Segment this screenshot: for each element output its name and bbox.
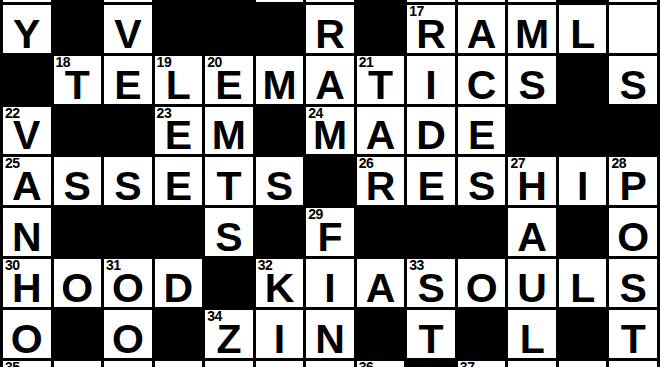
- white-cell[interactable]: [559, 361, 607, 367]
- white-cell[interactable]: D: [155, 259, 203, 307]
- cell-letter: I: [559, 166, 607, 205]
- white-cell[interactable]: [407, 0, 455, 2]
- cell-letter: V: [104, 14, 152, 53]
- white-cell[interactable]: [609, 0, 657, 2]
- black-cell: [104, 208, 152, 256]
- black-cell: [559, 0, 607, 2]
- cell-letter: K: [256, 268, 304, 307]
- cell-letter: E: [104, 65, 152, 104]
- black-cell: [559, 107, 607, 155]
- black-cell: [357, 208, 405, 256]
- cell-letter: V: [3, 115, 51, 154]
- white-cell[interactable]: S: [609, 259, 657, 307]
- white-cell[interactable]: I: [306, 259, 354, 307]
- cell-letter: R: [306, 14, 354, 53]
- white-cell[interactable]: D: [407, 107, 455, 155]
- black-cell: [155, 310, 203, 358]
- cell-letter: O: [54, 268, 102, 307]
- white-cell[interactable]: C: [458, 56, 506, 104]
- white-cell[interactable]: 26R: [357, 157, 405, 205]
- cell-letter: A: [357, 115, 405, 154]
- cell-letter: S: [54, 166, 102, 205]
- white-cell[interactable]: V: [104, 5, 152, 53]
- cell-letter: E: [155, 166, 203, 205]
- white-cell[interactable]: 18T: [54, 56, 102, 104]
- white-cell[interactable]: T: [205, 157, 253, 205]
- cell-letter: E: [407, 166, 455, 205]
- black-cell: [256, 107, 304, 155]
- cell-letter: I: [407, 65, 455, 104]
- cell-letter: S: [205, 217, 253, 256]
- cell-letter: Y: [3, 14, 51, 53]
- cell-letter: T: [54, 65, 102, 104]
- cell-letter: D: [155, 268, 203, 307]
- white-cell[interactable]: [508, 361, 556, 367]
- white-cell[interactable]: S: [104, 157, 152, 205]
- black-cell: [155, 0, 203, 2]
- white-cell[interactable]: 37: [458, 361, 506, 367]
- white-cell[interactable]: 22V: [3, 107, 51, 155]
- white-cell[interactable]: [256, 0, 304, 2]
- cell-letter: T: [609, 319, 657, 358]
- cell-letter: F: [306, 217, 354, 256]
- cell-letter: N: [306, 319, 354, 358]
- cell-letter: T: [407, 319, 455, 358]
- white-cell[interactable]: [3, 0, 51, 2]
- cell-letter: S: [508, 65, 556, 104]
- white-cell[interactable]: [54, 361, 102, 367]
- cell-letter: A: [306, 65, 354, 104]
- cell-letter: H: [3, 268, 51, 307]
- white-cell[interactable]: T: [609, 310, 657, 358]
- white-cell[interactable]: 36: [357, 361, 405, 367]
- white-cell[interactable]: [155, 361, 203, 367]
- white-cell[interactable]: [609, 361, 657, 367]
- white-cell[interactable]: 25A: [3, 157, 51, 205]
- cell-letter: O: [458, 268, 506, 307]
- black-cell: [559, 208, 607, 256]
- white-cell[interactable]: T: [407, 310, 455, 358]
- black-cell: [3, 56, 51, 104]
- black-cell: [559, 310, 607, 358]
- white-cell[interactable]: U: [508, 259, 556, 307]
- black-cell: [306, 157, 354, 205]
- white-cell[interactable]: L: [508, 310, 556, 358]
- black-cell: [155, 208, 203, 256]
- black-cell: [508, 107, 556, 155]
- cell-letter: S: [407, 268, 455, 307]
- white-cell[interactable]: 34Z: [205, 310, 253, 358]
- white-cell[interactable]: 30H: [3, 259, 51, 307]
- cell-letter: E: [458, 115, 506, 154]
- cell-letter: C: [458, 65, 506, 104]
- white-cell[interactable]: 20E: [205, 56, 253, 104]
- white-cell[interactable]: [458, 0, 506, 2]
- black-cell: [458, 310, 506, 358]
- white-cell[interactable]: 31O: [104, 259, 152, 307]
- cell-letter: T: [357, 65, 405, 104]
- white-cell[interactable]: 24M: [306, 107, 354, 155]
- cell-letter: I: [306, 268, 354, 307]
- cell-letter: M: [205, 115, 253, 154]
- white-cell[interactable]: 28P: [609, 157, 657, 205]
- white-cell[interactable]: A: [357, 259, 405, 307]
- cell-letter: S: [256, 166, 304, 205]
- white-cell[interactable]: O: [54, 259, 102, 307]
- white-cell[interactable]: L: [559, 5, 607, 53]
- cell-letter: P: [609, 166, 657, 205]
- white-cell[interactable]: A: [357, 107, 405, 155]
- cell-letter: N: [3, 217, 51, 256]
- white-cell[interactable]: [508, 0, 556, 2]
- black-cell: [357, 5, 405, 53]
- white-cell[interactable]: E: [458, 107, 506, 155]
- white-cell[interactable]: N: [306, 310, 354, 358]
- cell-letter: A: [458, 14, 506, 53]
- cell-letter: L: [155, 65, 203, 104]
- cell-letter: A: [508, 217, 556, 256]
- white-cell[interactable]: I: [559, 157, 607, 205]
- white-cell[interactable]: M: [508, 5, 556, 53]
- white-cell[interactable]: O: [458, 259, 506, 307]
- cell-letter: A: [357, 268, 405, 307]
- white-cell[interactable]: I: [407, 56, 455, 104]
- white-cell[interactable]: [104, 0, 152, 2]
- black-cell: [54, 310, 102, 358]
- cell-letter: T: [205, 166, 253, 205]
- white-cell[interactable]: O: [3, 310, 51, 358]
- white-cell[interactable]: E: [104, 56, 152, 104]
- white-cell[interactable]: M: [256, 56, 304, 104]
- cell-letter: O: [104, 319, 152, 358]
- black-cell: [104, 107, 152, 155]
- cell-letter: I: [256, 319, 304, 358]
- black-cell: [458, 208, 506, 256]
- cell-letter: R: [357, 166, 405, 205]
- black-cell: [559, 56, 607, 104]
- white-cell[interactable]: 27H: [508, 157, 556, 205]
- black-cell: [256, 208, 304, 256]
- clue-number: 36: [359, 361, 374, 367]
- white-cell[interactable]: 33S: [407, 259, 455, 307]
- black-cell: [609, 107, 657, 155]
- white-cell[interactable]: E: [407, 157, 455, 205]
- white-cell[interactable]: S: [458, 157, 506, 205]
- black-cell: [54, 5, 102, 53]
- black-cell: [357, 0, 405, 2]
- white-cell[interactable]: 21T: [357, 56, 405, 104]
- cell-letter: S: [104, 166, 152, 205]
- white-cell[interactable]: 19L: [155, 56, 203, 104]
- white-cell[interactable]: [205, 361, 253, 367]
- cell-letter: S: [609, 65, 657, 104]
- crossword-grid: YVR17RAML18TE19L20EMA21TICSS22V23EM24MAD…: [0, 0, 660, 367]
- white-cell[interactable]: O: [104, 310, 152, 358]
- black-cell: [54, 208, 102, 256]
- white-cell[interactable]: O: [609, 208, 657, 256]
- white-cell[interactable]: A: [458, 5, 506, 53]
- cell-letter: M: [256, 65, 304, 104]
- cell-letter: Z: [205, 319, 253, 358]
- white-cell[interactable]: A: [508, 208, 556, 256]
- black-cell: [205, 5, 253, 53]
- black-cell: [407, 208, 455, 256]
- cell-letter: H: [508, 166, 556, 205]
- cell-letter: O: [3, 319, 51, 358]
- cell-letter: S: [609, 268, 657, 307]
- cell-letter: O: [609, 217, 657, 256]
- white-cell[interactable]: A: [306, 56, 354, 104]
- cell-letter: O: [104, 268, 152, 307]
- cell-letter: D: [407, 115, 455, 154]
- black-cell: [54, 0, 102, 2]
- cell-letter: E: [205, 65, 253, 104]
- white-cell[interactable]: S: [609, 56, 657, 104]
- white-cell[interactable]: 35: [3, 361, 51, 367]
- white-cell[interactable]: 29F: [306, 208, 354, 256]
- black-cell: [357, 310, 405, 358]
- cell-letter: R: [407, 14, 455, 53]
- cell-letter: M: [306, 115, 354, 154]
- white-cell[interactable]: [104, 361, 152, 367]
- white-cell[interactable]: S: [205, 208, 253, 256]
- white-cell[interactable]: L: [559, 259, 607, 307]
- black-cell: [407, 361, 455, 367]
- black-cell: [205, 259, 253, 307]
- cell-letter: S: [458, 166, 506, 205]
- white-cell[interactable]: R: [306, 5, 354, 53]
- cell-letter: L: [559, 14, 607, 53]
- white-cell[interactable]: 23E: [155, 107, 203, 155]
- black-cell: [54, 107, 102, 155]
- white-cell[interactable]: [306, 361, 354, 367]
- white-cell[interactable]: 32K: [256, 259, 304, 307]
- white-cell[interactable]: M: [205, 107, 253, 155]
- black-cell: [155, 5, 203, 53]
- cell-letter: L: [559, 268, 607, 307]
- black-cell: [256, 5, 304, 53]
- white-cell[interactable]: S: [256, 157, 304, 205]
- cell-letter: U: [508, 268, 556, 307]
- white-cell[interactable]: S: [54, 157, 102, 205]
- white-cell[interactable]: 17R: [407, 5, 455, 53]
- white-cell[interactable]: Y: [3, 5, 51, 53]
- cell-letter: L: [508, 319, 556, 358]
- cell-letter: M: [508, 14, 556, 53]
- white-cell[interactable]: N: [3, 208, 51, 256]
- clue-number: 37: [460, 361, 475, 367]
- cell-letter: A: [3, 166, 51, 205]
- white-cell[interactable]: E: [155, 157, 203, 205]
- white-cell[interactable]: [609, 5, 657, 53]
- white-cell[interactable]: [256, 361, 304, 367]
- white-cell[interactable]: I: [256, 310, 304, 358]
- clue-number: 35: [5, 361, 20, 367]
- white-cell[interactable]: [306, 0, 354, 2]
- white-cell[interactable]: S: [508, 56, 556, 104]
- cell-letter: E: [155, 115, 203, 154]
- black-cell: [205, 0, 253, 2]
